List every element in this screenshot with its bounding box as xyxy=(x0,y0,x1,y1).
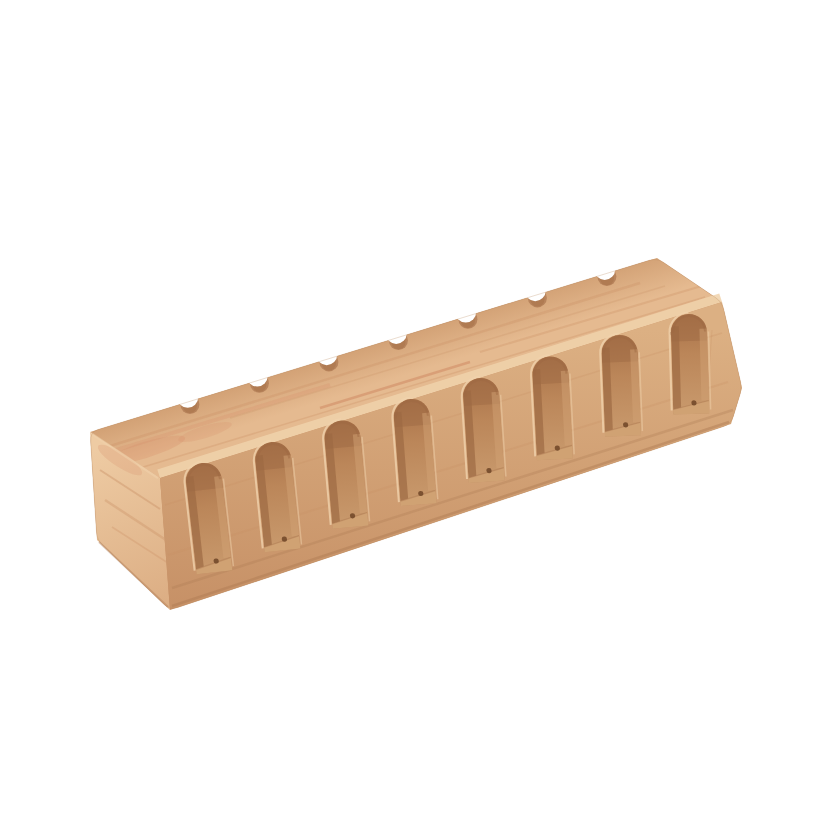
slot-groove xyxy=(669,312,711,415)
slot-groove xyxy=(530,354,574,460)
photo-canvas xyxy=(0,0,840,840)
slot-groove xyxy=(599,333,642,437)
product-photo-wooden-block xyxy=(0,0,840,840)
